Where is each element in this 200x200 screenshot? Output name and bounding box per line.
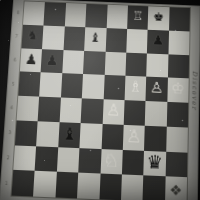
square-d2	[78, 148, 101, 174]
square-h8	[169, 7, 190, 31]
square-d6	[83, 50, 105, 75]
square-e8	[106, 5, 128, 29]
square-d3	[80, 123, 103, 149]
board-photo: ♖♚♞♝♟♟♟♗♙♔♙♝♙♘♛❖ 87654321 abcdefgh Disco…	[0, 0, 200, 200]
piece-white-knight-e2: ♘	[103, 151, 120, 170]
square-c5	[61, 73, 83, 98]
rank-label-2: 2	[6, 154, 10, 160]
square-a4	[17, 96, 40, 121]
square-a1	[12, 170, 35, 196]
rank-label-1: 1	[4, 179, 8, 185]
square-a7: ♞	[21, 24, 43, 48]
square-a5	[18, 72, 41, 97]
rank-label-3: 3	[8, 129, 12, 135]
square-e3	[101, 124, 123, 150]
square-g5: ♙	[146, 77, 168, 102]
piece-black-bishop-d7: ♝	[89, 32, 101, 45]
square-c2	[57, 147, 80, 173]
square-h2	[165, 151, 187, 177]
square-b7	[42, 25, 64, 49]
chess-board: ♖♚♞♝♟♟♟♗♙♔♙♝♙♘♛❖ 87654321 abcdefgh Disco…	[0, 0, 200, 200]
square-f1	[121, 175, 144, 200]
square-b5	[39, 73, 62, 98]
square-b2	[35, 146, 58, 172]
square-h7	[168, 30, 189, 54]
piece-black-king-g8: ♚	[153, 11, 164, 23]
square-d1	[77, 173, 100, 199]
corner-emblem: ❖	[169, 181, 182, 198]
square-b3	[36, 121, 59, 147]
piece-black-pawn-b6: ♟	[45, 53, 58, 67]
square-g3	[144, 126, 166, 152]
rank-label-6: 6	[13, 57, 17, 63]
square-f2	[122, 149, 144, 175]
piece-white-pawn-e4: ♙	[106, 103, 121, 120]
square-g6	[146, 53, 168, 78]
square-e5	[103, 75, 125, 100]
board-brand-text: Discover	[190, 71, 199, 111]
square-c6	[62, 50, 84, 75]
square-a6: ♟	[20, 48, 43, 73]
square-f7	[126, 29, 148, 53]
square-f5: ♗	[124, 76, 146, 101]
piece-white-bishop-f5: ♗	[128, 80, 142, 96]
square-c1	[55, 172, 78, 198]
piece-black-bishop-c3: ♝	[61, 125, 77, 143]
square-c3: ♝	[58, 122, 81, 148]
rank-label-5: 5	[11, 80, 15, 86]
piece-white-king-h5: ♔	[171, 81, 185, 97]
rank-label-4: 4	[10, 105, 14, 111]
piece-black-pawn-a6: ♟	[24, 52, 38, 66]
square-a3	[15, 120, 38, 146]
piece-black-knight-a7: ♞	[26, 29, 39, 42]
square-h5: ♔	[167, 78, 189, 103]
square-h3	[166, 126, 188, 152]
rank-label-8: 8	[16, 10, 19, 16]
square-g8: ♚	[148, 6, 169, 30]
square-d8	[85, 4, 107, 28]
square-e4: ♙	[102, 99, 124, 124]
square-c8	[65, 3, 87, 27]
square-b1	[33, 171, 56, 197]
piece-white-rook-f8: ♖	[132, 11, 143, 23]
piece-black-pawn-g7: ♟	[152, 34, 164, 47]
square-b4	[38, 97, 61, 122]
square-g7: ♟	[147, 30, 169, 54]
square-h6	[168, 54, 190, 79]
square-f3: ♙	[123, 125, 145, 151]
rank-label-7: 7	[15, 33, 18, 39]
piece-white-pawn-g5: ♙	[150, 81, 164, 97]
square-d7: ♝	[84, 27, 106, 51]
square-c4	[59, 97, 82, 122]
square-e2: ♘	[100, 149, 123, 175]
square-a8	[23, 1, 45, 25]
square-e1	[99, 174, 122, 200]
square-c7	[63, 26, 85, 50]
square-g2: ♛	[144, 150, 166, 176]
square-e7	[105, 28, 127, 52]
piece-white-pawn-f3: ♙	[126, 127, 142, 145]
square-g4	[145, 101, 167, 126]
board-grid: ♖♚♞♝♟♟♟♗♙♔♙♝♙♘♛❖	[12, 1, 190, 200]
piece-black-queen-g2: ♛	[146, 153, 163, 172]
square-e6	[104, 51, 126, 76]
square-d5	[82, 74, 104, 99]
square-h4	[166, 102, 188, 127]
square-h1: ❖	[165, 177, 187, 200]
square-f4	[124, 100, 146, 125]
square-g1	[143, 176, 166, 200]
square-d4	[81, 98, 103, 123]
square-b6: ♟	[41, 49, 63, 74]
square-a2	[13, 145, 36, 171]
square-f6	[125, 52, 147, 77]
square-b8	[44, 2, 66, 26]
square-f8: ♖	[127, 6, 149, 30]
